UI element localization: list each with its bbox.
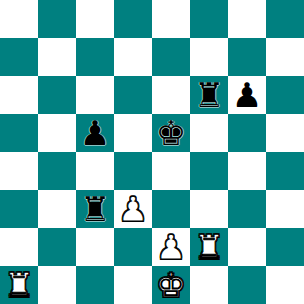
square-b6[interactable] (38, 76, 76, 114)
square-f8[interactable] (190, 0, 228, 38)
square-d6[interactable] (114, 76, 152, 114)
square-a6[interactable] (0, 76, 38, 114)
square-e6[interactable] (152, 76, 190, 114)
square-a2[interactable] (0, 228, 38, 266)
piece-white-king[interactable]: ♚ (156, 266, 186, 304)
square-a7[interactable] (0, 38, 38, 76)
square-c1[interactable] (76, 266, 114, 304)
piece-black-pawn[interactable]: ♟ (80, 114, 110, 152)
square-a4[interactable] (0, 152, 38, 190)
square-c6[interactable] (76, 76, 114, 114)
square-a1[interactable]: ♜ (0, 266, 38, 304)
piece-black-king[interactable]: ♚ (156, 114, 186, 152)
square-h3[interactable] (266, 190, 304, 228)
square-b5[interactable] (38, 114, 76, 152)
square-g1[interactable] (228, 266, 266, 304)
square-e5[interactable]: ♚ (152, 114, 190, 152)
square-f7[interactable] (190, 38, 228, 76)
square-h2[interactable] (266, 228, 304, 266)
square-e3[interactable] (152, 190, 190, 228)
square-a5[interactable] (0, 114, 38, 152)
piece-white-rook[interactable]: ♜ (194, 228, 224, 266)
square-a8[interactable] (0, 0, 38, 38)
square-f1[interactable] (190, 266, 228, 304)
piece-black-pawn[interactable]: ♟ (232, 76, 262, 114)
chess-board: ♜♟♟♚♜♟♟♜♜♚ (0, 0, 304, 304)
square-g7[interactable] (228, 38, 266, 76)
square-a3[interactable] (0, 190, 38, 228)
square-h8[interactable] (266, 0, 304, 38)
piece-black-rook[interactable]: ♜ (80, 190, 110, 228)
square-d5[interactable] (114, 114, 152, 152)
square-g5[interactable] (228, 114, 266, 152)
square-d1[interactable] (114, 266, 152, 304)
square-f4[interactable] (190, 152, 228, 190)
square-e2[interactable]: ♟ (152, 228, 190, 266)
square-c5[interactable]: ♟ (76, 114, 114, 152)
square-e7[interactable] (152, 38, 190, 76)
square-b7[interactable] (38, 38, 76, 76)
piece-black-rook[interactable]: ♜ (194, 76, 224, 114)
square-g6[interactable]: ♟ (228, 76, 266, 114)
square-h7[interactable] (266, 38, 304, 76)
piece-white-rook[interactable]: ♜ (4, 266, 34, 304)
square-e8[interactable] (152, 0, 190, 38)
square-b8[interactable] (38, 0, 76, 38)
piece-white-pawn[interactable]: ♟ (118, 190, 148, 228)
square-b3[interactable] (38, 190, 76, 228)
square-e1[interactable]: ♚ (152, 266, 190, 304)
square-h4[interactable] (266, 152, 304, 190)
square-c4[interactable] (76, 152, 114, 190)
square-c3[interactable]: ♜ (76, 190, 114, 228)
square-c7[interactable] (76, 38, 114, 76)
square-f5[interactable] (190, 114, 228, 152)
square-g4[interactable] (228, 152, 266, 190)
square-d3[interactable]: ♟ (114, 190, 152, 228)
square-f6[interactable]: ♜ (190, 76, 228, 114)
square-h1[interactable] (266, 266, 304, 304)
square-b2[interactable] (38, 228, 76, 266)
square-d4[interactable] (114, 152, 152, 190)
square-g2[interactable] (228, 228, 266, 266)
square-b1[interactable] (38, 266, 76, 304)
square-f2[interactable]: ♜ (190, 228, 228, 266)
square-c8[interactable] (76, 0, 114, 38)
square-g3[interactable] (228, 190, 266, 228)
square-e4[interactable] (152, 152, 190, 190)
square-d2[interactable] (114, 228, 152, 266)
piece-white-pawn[interactable]: ♟ (156, 228, 186, 266)
square-f3[interactable] (190, 190, 228, 228)
square-c2[interactable] (76, 228, 114, 266)
square-h5[interactable] (266, 114, 304, 152)
square-d8[interactable] (114, 0, 152, 38)
square-b4[interactable] (38, 152, 76, 190)
square-h6[interactable] (266, 76, 304, 114)
square-d7[interactable] (114, 38, 152, 76)
square-g8[interactable] (228, 0, 266, 38)
